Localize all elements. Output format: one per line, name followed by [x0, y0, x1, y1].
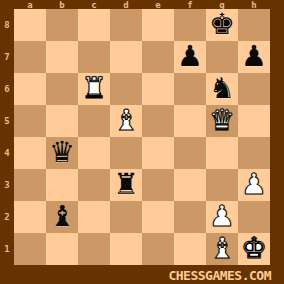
square-a7	[14, 41, 46, 73]
piece-black-rook-d3: ♜	[110, 168, 142, 200]
square-c6: ♜	[78, 73, 110, 105]
square-b7	[46, 41, 78, 73]
rank-label-4: 4	[0, 137, 14, 169]
square-h1: ♚	[238, 233, 270, 265]
square-b1	[46, 233, 78, 265]
square-c5	[78, 105, 110, 137]
rank-label-5: 5	[0, 105, 14, 137]
square-b3	[46, 169, 78, 201]
square-a5	[14, 105, 46, 137]
square-g3	[206, 169, 238, 201]
square-g6: ♞	[206, 73, 238, 105]
square-e2	[142, 201, 174, 233]
piece-black-pawn-h7: ♟	[238, 40, 270, 72]
piece-white-bishop-d5: ♝	[110, 104, 142, 136]
square-e8	[142, 9, 174, 41]
square-d2	[110, 201, 142, 233]
chess-diagram: abcdefgh 87654321 ♚♟♟♜♞♝♛♛♜♟♝♟♝♚ CHESSGA…	[0, 0, 284, 284]
square-e7	[142, 41, 174, 73]
square-a4	[14, 137, 46, 169]
square-b2: ♝	[46, 201, 78, 233]
square-h7: ♟	[238, 41, 270, 73]
square-b8	[46, 9, 78, 41]
square-e3	[142, 169, 174, 201]
piece-black-bishop-b2: ♝	[46, 200, 78, 232]
square-h8	[238, 9, 270, 41]
square-h2	[238, 201, 270, 233]
piece-black-pawn-f7: ♟	[174, 40, 206, 72]
square-f4	[174, 137, 206, 169]
piece-white-pawn-h3: ♟	[238, 168, 270, 200]
square-h5	[238, 105, 270, 137]
square-a6	[14, 73, 46, 105]
square-d6	[110, 73, 142, 105]
square-c8	[78, 9, 110, 41]
square-b6	[46, 73, 78, 105]
square-a1	[14, 233, 46, 265]
piece-white-rook-c6: ♜	[78, 72, 110, 104]
chess-board: ♚♟♟♜♞♝♛♛♜♟♝♟♝♚	[14, 9, 270, 265]
square-e4	[142, 137, 174, 169]
square-f6	[174, 73, 206, 105]
square-c4	[78, 137, 110, 169]
square-a2	[14, 201, 46, 233]
square-d3: ♜	[110, 169, 142, 201]
square-c7	[78, 41, 110, 73]
square-f3	[174, 169, 206, 201]
rank-label-1: 1	[0, 233, 14, 265]
square-e1	[142, 233, 174, 265]
square-e5	[142, 105, 174, 137]
square-g8: ♚	[206, 9, 238, 41]
square-f8	[174, 9, 206, 41]
watermark-text: CHESSGAMES.COM	[168, 268, 271, 283]
square-a3	[14, 169, 46, 201]
square-f2	[174, 201, 206, 233]
piece-white-queen-g5: ♛	[206, 104, 238, 136]
square-a8	[14, 9, 46, 41]
square-g2: ♟	[206, 201, 238, 233]
square-d8	[110, 9, 142, 41]
rank-label-7: 7	[0, 41, 14, 73]
square-e6	[142, 73, 174, 105]
square-c2	[78, 201, 110, 233]
piece-white-king-h1: ♚	[238, 232, 270, 264]
piece-white-pawn-g2: ♟	[206, 200, 238, 232]
square-g5: ♛	[206, 105, 238, 137]
square-f5	[174, 105, 206, 137]
rank-label-8: 8	[0, 9, 14, 41]
square-c1	[78, 233, 110, 265]
square-f7: ♟	[174, 41, 206, 73]
square-g4	[206, 137, 238, 169]
piece-black-knight-g6: ♞	[206, 72, 238, 104]
square-d4	[110, 137, 142, 169]
piece-black-king-g8: ♚	[206, 8, 238, 40]
piece-white-bishop-g1: ♝	[206, 232, 238, 264]
square-d5: ♝	[110, 105, 142, 137]
square-f1	[174, 233, 206, 265]
rank-label-3: 3	[0, 169, 14, 201]
square-h4	[238, 137, 270, 169]
square-d7	[110, 41, 142, 73]
piece-black-queen-b4: ♛	[46, 136, 78, 168]
square-b4: ♛	[46, 137, 78, 169]
rank-labels: 87654321	[0, 9, 14, 265]
square-b5	[46, 105, 78, 137]
square-g7	[206, 41, 238, 73]
square-h6	[238, 73, 270, 105]
square-g1: ♝	[206, 233, 238, 265]
square-c3	[78, 169, 110, 201]
rank-label-6: 6	[0, 73, 14, 105]
square-d1	[110, 233, 142, 265]
rank-label-2: 2	[0, 201, 14, 233]
square-h3: ♟	[238, 169, 270, 201]
